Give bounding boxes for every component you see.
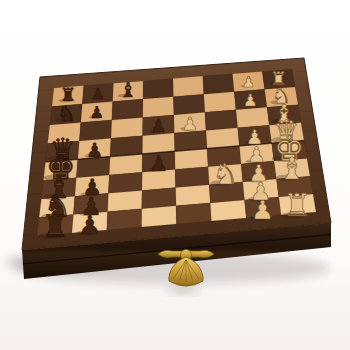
square-h6[interactable] bbox=[107, 209, 142, 230]
square-a5[interactable] bbox=[143, 79, 173, 100]
white-pawn-b2[interactable]: ♟ bbox=[243, 91, 258, 110]
square-f4[interactable] bbox=[175, 167, 209, 188]
square-h4[interactable] bbox=[176, 203, 211, 224]
square-g4[interactable] bbox=[176, 185, 211, 206]
square-e4[interactable] bbox=[175, 149, 208, 170]
square-d3[interactable] bbox=[206, 128, 239, 149]
black-rook-h8[interactable]: ♜ bbox=[41, 208, 69, 244]
white-pawn-h2[interactable]: ♟ bbox=[251, 195, 274, 225]
black-bishop-a6[interactable]: ♝ bbox=[119, 78, 137, 102]
square-b5[interactable] bbox=[143, 97, 174, 118]
black-pawn-d7[interactable]: ♟ bbox=[86, 139, 104, 162]
square-f6[interactable] bbox=[108, 172, 142, 193]
square-b3[interactable] bbox=[204, 92, 236, 113]
square-b4[interactable] bbox=[173, 94, 205, 115]
square-c6[interactable] bbox=[111, 117, 143, 138]
square-d6[interactable] bbox=[110, 136, 143, 157]
white-rook-h1[interactable]: ♜ bbox=[283, 187, 311, 223]
square-c3[interactable] bbox=[205, 110, 238, 131]
white-pawn-a2[interactable]: ♟ bbox=[242, 73, 255, 91]
square-b6[interactable] bbox=[112, 99, 143, 120]
square-a4[interactable] bbox=[173, 76, 204, 97]
square-g6[interactable] bbox=[108, 191, 142, 212]
square-a3[interactable] bbox=[203, 74, 234, 94]
white-bishop-f1[interactable]: ♝ bbox=[278, 151, 305, 186]
square-c7[interactable] bbox=[79, 120, 112, 141]
black-pawn-e5[interactable]: ♟ bbox=[149, 151, 168, 176]
folding-chessboard: ♜♟♝♟♜♞♟♟♞♟♟♝♛♟♟♛♚♟♟♚♝♟♞♟♝♞♟♟♜♟♟♜ bbox=[0, 0, 350, 350]
black-pawn-c5[interactable]: ♟ bbox=[150, 115, 166, 136]
white-knight-f3[interactable]: ♞ bbox=[212, 157, 238, 191]
square-g5[interactable] bbox=[142, 188, 176, 209]
black-pawn-b7[interactable]: ♟ bbox=[89, 103, 104, 122]
square-h3[interactable] bbox=[210, 200, 246, 221]
square-h5[interactable] bbox=[142, 206, 177, 227]
white-pawn-c4[interactable]: ♟ bbox=[182, 113, 198, 134]
product-photo: ♜♟♝♟♜♞♟♟♞♟♟♝♛♟♟♛♚♟♟♚♝♟♞♟♝♞♟♟♜♟♟♜ bbox=[0, 0, 350, 350]
black-knight-b8[interactable]: ♞ bbox=[57, 101, 76, 126]
black-pawn-h7[interactable]: ♟ bbox=[78, 210, 101, 240]
black-pawn-a7[interactable]: ♟ bbox=[91, 85, 104, 103]
